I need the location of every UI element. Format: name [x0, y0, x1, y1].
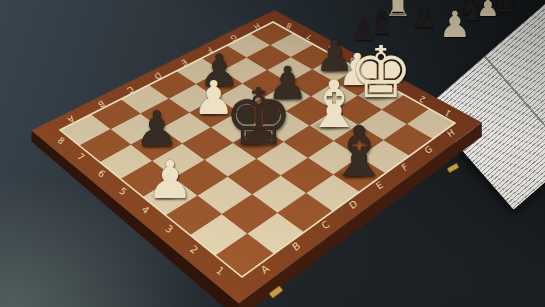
photo-scene: ♟♝♜♟♟♞♟♛♟ AABBCCDDEEFFGGHH11223344556677… — [0, 0, 545, 307]
piece-black-pawn-b6: ♟ — [135, 105, 179, 154]
piece-white-pawn-a4: ♟ — [147, 154, 194, 207]
piece-black-bishop-e1: ♝ — [328, 117, 391, 187]
brass-latch-right — [447, 163, 459, 173]
piece-black-king-d4: ♚ — [224, 79, 293, 156]
